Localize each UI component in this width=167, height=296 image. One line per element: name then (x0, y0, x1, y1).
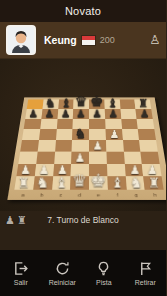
piece-white-pawn: ♟ (106, 129, 123, 140)
square-h7[interactable]: ♟ (136, 109, 153, 119)
square-d3[interactable]: ♟ (71, 151, 89, 163)
square-a4[interactable] (20, 140, 39, 151)
square-h4[interactable] (139, 140, 158, 151)
square-d5[interactable]: ♞ (72, 129, 89, 140)
square-a7[interactable]: ♟ (25, 109, 42, 119)
square-b5[interactable] (39, 129, 57, 140)
square-b1[interactable]: ♞ (33, 176, 53, 189)
square-f8[interactable]: ♝ (104, 99, 120, 108)
square-b4[interactable] (37, 140, 55, 151)
exit-icon (13, 261, 28, 276)
file-labels: abcdefgh (13, 193, 165, 197)
piece-black-knight: ♞ (42, 97, 58, 109)
file-label-d: d (70, 193, 89, 197)
status-row: ♟♜ 7. Turno de Blanco (0, 211, 166, 229)
captured-rook-icon: ♜ (17, 215, 27, 226)
square-d6[interactable] (73, 119, 89, 129)
square-h3[interactable] (141, 151, 160, 163)
square-c3[interactable] (54, 151, 72, 163)
square-a1[interactable]: ♜ (14, 176, 34, 189)
piece-black-bishop: ♝ (105, 97, 121, 109)
square-a2[interactable]: ♟ (16, 164, 36, 177)
exit-button[interactable]: Salir (0, 261, 42, 286)
piece-white-bishop: ♝ (52, 175, 71, 189)
square-c5[interactable] (56, 129, 73, 140)
player-name: Keung (44, 34, 77, 46)
square-a5[interactable] (22, 129, 40, 140)
file-label-e: e (89, 193, 108, 197)
square-b8[interactable]: ♞ (42, 99, 58, 108)
square-d2[interactable] (71, 164, 89, 177)
bottom-toolbar: Salir Reiniciar Pista Retirar (0, 250, 166, 296)
restart-label: Reiniciar (49, 279, 76, 286)
piece-black-pawn: ♟ (73, 108, 89, 118)
square-b6[interactable] (40, 119, 57, 129)
square-f1[interactable]: ♝ (107, 176, 126, 189)
piece-black-king: ♚ (89, 94, 105, 109)
piece-black-pawn: ♟ (105, 108, 121, 118)
piece-black-bishop: ♝ (58, 97, 74, 109)
captured-pieces-tray: ♟♜ (5, 211, 27, 229)
square-g1[interactable]: ♞ (125, 176, 145, 189)
file-label-c: c (51, 193, 70, 197)
square-d8[interactable]: ♛ (73, 99, 89, 108)
board-scene: abcdefgh ♞♝♛♚♝♜♟♟♟♟♟♟♟♞♟♟♟♟♟♟♟♟♜♞♝♛♚♝♞♜ (22, 73, 156, 207)
indonesia-flag (82, 36, 95, 45)
square-g7[interactable] (120, 109, 137, 119)
piece-white-pawn: ♟ (35, 164, 53, 176)
square-h8[interactable]: ♜ (135, 99, 152, 108)
square-d7[interactable]: ♟ (73, 109, 89, 119)
restart-button[interactable]: Reiniciar (42, 261, 84, 286)
square-f6[interactable] (105, 119, 122, 129)
white-pawn-icon: ♙ (149, 34, 160, 46)
square-h1[interactable]: ♜ (143, 176, 163, 189)
piece-black-pawn: ♟ (57, 108, 73, 118)
piece-black-pawn: ♟ (89, 108, 105, 118)
board-area: abcdefgh ♞♝♛♚♝♜♟♟♟♟♟♟♟♞♟♟♟♟♟♟♟♟♜♞♝♛♚♝♞♜ (0, 59, 166, 211)
square-a3[interactable] (18, 151, 37, 163)
square-e7[interactable]: ♟ (89, 109, 105, 119)
resign-button[interactable]: Retirar (125, 261, 167, 286)
piece-white-knight: ♞ (126, 175, 145, 189)
square-g6[interactable] (121, 119, 138, 129)
square-e1[interactable]: ♚ (89, 176, 108, 189)
avatar[interactable] (6, 25, 36, 55)
piece-white-pawn: ♟ (53, 164, 71, 176)
player-row: Keung 200 ♙ (0, 22, 166, 59)
file-label-f: f (108, 193, 127, 197)
piece-white-rook: ♜ (145, 176, 164, 189)
square-c6[interactable] (56, 119, 73, 129)
square-e3[interactable] (89, 151, 107, 163)
piece-white-queen: ♛ (70, 173, 89, 190)
square-f2[interactable] (107, 164, 126, 177)
file-label-a: a (13, 193, 32, 197)
piece-white-pawn: ♟ (143, 164, 161, 176)
square-f7[interactable]: ♟ (105, 109, 121, 119)
square-f5[interactable]: ♟ (105, 129, 122, 140)
square-c2[interactable]: ♟ (53, 164, 72, 177)
hint-icon (96, 261, 111, 276)
square-e6[interactable] (89, 119, 105, 129)
square-c8[interactable]: ♝ (58, 99, 74, 108)
square-d4[interactable] (72, 140, 89, 151)
square-g8[interactable] (119, 99, 135, 108)
square-c1[interactable]: ♝ (52, 176, 71, 189)
hint-button[interactable]: Pista (83, 261, 125, 286)
piece-black-rook: ♜ (136, 98, 152, 109)
page-title: Novato (65, 5, 101, 17)
file-label-b: b (32, 193, 51, 197)
square-e5[interactable] (89, 129, 106, 140)
piece-black-pawn: ♟ (25, 108, 41, 118)
square-e4[interactable]: ♟ (89, 140, 106, 151)
square-g2[interactable]: ♟ (124, 164, 143, 177)
restart-icon (55, 261, 70, 276)
square-h2[interactable]: ♟ (142, 164, 162, 177)
resign-label: Retirar (135, 279, 156, 286)
piece-white-king: ♚ (89, 172, 108, 190)
square-e8[interactable]: ♚ (89, 99, 105, 108)
square-f3[interactable] (106, 151, 124, 163)
square-c4[interactable] (55, 140, 73, 151)
square-h5[interactable] (138, 129, 156, 140)
hint-label: Pista (96, 279, 112, 286)
square-g3[interactable] (123, 151, 142, 163)
piece-white-pawn: ♟ (89, 140, 106, 151)
piece-white-bishop: ♝ (108, 175, 127, 189)
piece-black-pawn: ♟ (41, 108, 57, 118)
square-h6[interactable] (137, 119, 155, 129)
square-g4[interactable] (123, 140, 141, 151)
piece-black-pawn: ♟ (137, 108, 153, 118)
captured-pawn-icon: ♟ (5, 215, 15, 226)
square-e2[interactable] (89, 164, 107, 177)
square-c7[interactable]: ♟ (57, 109, 73, 119)
file-label-h: h (145, 193, 164, 197)
title-bar: Novato (0, 0, 166, 22)
square-f4[interactable] (106, 140, 124, 151)
piece-white-rook: ♜ (14, 176, 33, 189)
player-rating: 200 (100, 35, 115, 45)
piece-white-pawn: ♟ (16, 164, 34, 176)
file-label-g: g (127, 193, 146, 197)
square-b2[interactable]: ♟ (35, 164, 54, 177)
square-b3[interactable] (36, 151, 55, 163)
chess-board[interactable]: abcdefgh ♞♝♛♚♝♜♟♟♟♟♟♟♟♞♟♟♟♟♟♟♟♟♜♞♝♛♚♝♞♜ (14, 99, 163, 189)
square-b7[interactable]: ♟ (41, 109, 58, 119)
piece-white-pawn: ♟ (71, 152, 89, 164)
square-d1[interactable]: ♛ (70, 176, 89, 189)
resign-icon (138, 261, 153, 276)
piece-black-knight: ♞ (72, 127, 89, 140)
exit-label: Salir (14, 279, 28, 286)
piece-white-pawn: ♟ (125, 164, 143, 176)
piece-white-knight: ♞ (33, 175, 52, 189)
square-a6[interactable] (24, 119, 42, 129)
square-a8[interactable] (27, 99, 44, 108)
square-g5[interactable] (122, 129, 140, 140)
